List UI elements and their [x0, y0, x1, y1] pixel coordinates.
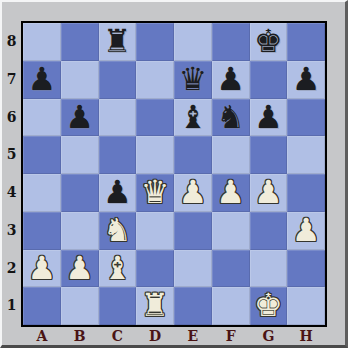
square-e1[interactable] [174, 287, 212, 325]
square-c2[interactable]: ♝ [99, 250, 137, 288]
square-d4[interactable]: ♛ [136, 174, 174, 212]
square-e8[interactable] [174, 23, 212, 61]
square-f3[interactable] [212, 212, 250, 250]
piece-black-pawn[interactable]: ♟ [216, 61, 245, 99]
square-b4[interactable] [61, 174, 99, 212]
square-a8[interactable] [23, 23, 61, 61]
rank-label-1: 1 [2, 287, 21, 325]
square-a1[interactable] [23, 287, 61, 325]
piece-white-pawn[interactable]: ♟ [179, 174, 208, 212]
square-b5[interactable] [61, 136, 99, 174]
file-labels: ABCDEFGH [23, 327, 325, 345]
rank-label-4: 4 [2, 174, 21, 212]
rank-label-5: 5 [2, 136, 21, 174]
piece-white-pawn[interactable]: ♟ [28, 250, 57, 288]
square-f2[interactable] [212, 250, 250, 288]
square-c6[interactable] [99, 99, 137, 137]
file-label-c: C [99, 327, 137, 345]
square-b3[interactable] [61, 212, 99, 250]
file-label-e: E [174, 327, 212, 345]
piece-black-pawn[interactable]: ♟ [292, 61, 321, 99]
file-label-d: D [136, 327, 174, 345]
square-a4[interactable] [23, 174, 61, 212]
square-c5[interactable] [99, 136, 137, 174]
square-d1[interactable]: ♜ [136, 287, 174, 325]
square-f4[interactable]: ♟ [212, 174, 250, 212]
square-f1[interactable] [212, 287, 250, 325]
rank-label-2: 2 [2, 250, 21, 288]
piece-white-queen[interactable]: ♛ [141, 174, 170, 212]
square-f7[interactable]: ♟ [212, 61, 250, 99]
square-h8[interactable] [287, 23, 325, 61]
square-d5[interactable] [136, 136, 174, 174]
square-d2[interactable] [136, 250, 174, 288]
square-d8[interactable] [136, 23, 174, 61]
file-label-f: F [212, 327, 250, 345]
square-e5[interactable] [174, 136, 212, 174]
square-d6[interactable] [136, 99, 174, 137]
file-label-a: A [23, 327, 61, 345]
square-g5[interactable] [250, 136, 288, 174]
square-h5[interactable] [287, 136, 325, 174]
square-b7[interactable] [61, 61, 99, 99]
file-label-b: B [61, 327, 99, 345]
piece-black-queen[interactable]: ♛ [179, 61, 208, 99]
square-e2[interactable] [174, 250, 212, 288]
square-b6[interactable]: ♟ [61, 99, 99, 137]
square-e3[interactable] [174, 212, 212, 250]
square-g7[interactable] [250, 61, 288, 99]
square-g3[interactable] [250, 212, 288, 250]
file-label-h: H [287, 327, 325, 345]
square-b1[interactable] [61, 287, 99, 325]
rank-label-7: 7 [2, 61, 21, 99]
piece-black-pawn[interactable]: ♟ [103, 174, 132, 212]
piece-white-pawn[interactable]: ♟ [292, 212, 321, 250]
square-a6[interactable] [23, 99, 61, 137]
piece-white-pawn[interactable]: ♟ [65, 250, 94, 288]
square-c3[interactable]: ♞ [99, 212, 137, 250]
square-h3[interactable]: ♟ [287, 212, 325, 250]
square-c8[interactable]: ♜ [99, 23, 137, 61]
square-h2[interactable] [287, 250, 325, 288]
square-e7[interactable]: ♛ [174, 61, 212, 99]
square-b8[interactable] [61, 23, 99, 61]
square-g2[interactable] [250, 250, 288, 288]
square-c1[interactable] [99, 287, 137, 325]
board-frame: 87654321 ♜♚♟♛♟♟♟♝♞♟♟♛♟♟♟♞♟♟♟♝♜♚ ABCDEFGH [0, 0, 348, 348]
piece-black-knight[interactable]: ♞ [216, 99, 245, 137]
square-f6[interactable]: ♞ [212, 99, 250, 137]
piece-black-rook[interactable]: ♜ [103, 23, 132, 61]
rank-label-3: 3 [2, 212, 21, 250]
square-f8[interactable] [212, 23, 250, 61]
rank-label-6: 6 [2, 99, 21, 137]
piece-black-king[interactable]: ♚ [254, 23, 283, 61]
piece-black-bishop[interactable]: ♝ [179, 99, 208, 137]
square-d7[interactable] [136, 61, 174, 99]
chess-board: ♜♚♟♛♟♟♟♝♞♟♟♛♟♟♟♞♟♟♟♝♜♚ [21, 21, 327, 327]
piece-white-pawn[interactable]: ♟ [254, 174, 283, 212]
piece-black-pawn[interactable]: ♟ [65, 99, 94, 137]
square-e4[interactable]: ♟ [174, 174, 212, 212]
square-d3[interactable] [136, 212, 174, 250]
square-a3[interactable] [23, 212, 61, 250]
square-b2[interactable]: ♟ [61, 250, 99, 288]
piece-white-pawn[interactable]: ♟ [216, 174, 245, 212]
square-h1[interactable] [287, 287, 325, 325]
square-a2[interactable]: ♟ [23, 250, 61, 288]
square-a7[interactable]: ♟ [23, 61, 61, 99]
square-g8[interactable]: ♚ [250, 23, 288, 61]
piece-white-rook[interactable]: ♜ [141, 287, 170, 325]
square-c7[interactable] [99, 61, 137, 99]
square-h6[interactable] [287, 99, 325, 137]
square-f5[interactable] [212, 136, 250, 174]
square-g6[interactable]: ♟ [250, 99, 288, 137]
square-h7[interactable]: ♟ [287, 61, 325, 99]
rank-label-8: 8 [2, 23, 21, 61]
piece-black-pawn[interactable]: ♟ [28, 61, 57, 99]
square-g1[interactable]: ♚ [250, 287, 288, 325]
square-a5[interactable] [23, 136, 61, 174]
square-g4[interactable]: ♟ [250, 174, 288, 212]
piece-white-knight[interactable]: ♞ [103, 212, 132, 250]
rank-labels: 87654321 [2, 23, 21, 325]
piece-white-king[interactable]: ♚ [254, 287, 283, 325]
file-label-g: G [250, 327, 288, 345]
piece-white-bishop[interactable]: ♝ [103, 250, 132, 288]
square-c4[interactable]: ♟ [99, 174, 137, 212]
square-h4[interactable] [287, 174, 325, 212]
square-e6[interactable]: ♝ [174, 99, 212, 137]
piece-black-pawn[interactable]: ♟ [254, 99, 283, 137]
